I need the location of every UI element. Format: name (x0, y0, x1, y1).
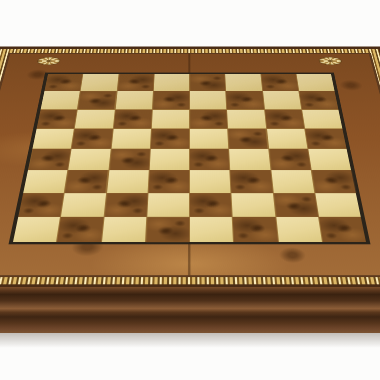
square-r8c8[interactable] (319, 217, 366, 242)
chess-board-photo (0, 0, 380, 380)
square-r4c8[interactable] (305, 129, 347, 149)
square-r4c3[interactable] (111, 129, 151, 149)
square-r3c8[interactable] (302, 110, 342, 129)
square-r7c4[interactable] (147, 193, 189, 216)
square-r6c2[interactable] (65, 170, 108, 192)
square-r4c5[interactable] (190, 129, 228, 149)
rosette-ornament-right-icon (319, 57, 342, 64)
square-r1c5[interactable] (190, 74, 226, 91)
front-edge-molding (0, 287, 380, 333)
square-r5c3[interactable] (109, 149, 150, 170)
square-r1c6[interactable] (225, 74, 261, 91)
square-r4c2[interactable] (72, 129, 113, 149)
square-r8c1[interactable] (13, 217, 60, 242)
square-r6c3[interactable] (107, 170, 149, 192)
square-r5c2[interactable] (69, 149, 111, 170)
square-r6c7[interactable] (271, 170, 314, 192)
square-r8c3[interactable] (102, 217, 147, 242)
walnut-inlay-line (0, 53, 380, 277)
square-r1c4[interactable] (154, 74, 190, 91)
board-shadow (0, 333, 380, 348)
square-r6c8[interactable] (311, 170, 355, 192)
square-r3c6[interactable] (227, 110, 265, 129)
square-r2c7[interactable] (263, 91, 301, 109)
square-r3c3[interactable] (113, 110, 151, 129)
square-r5c1[interactable] (28, 149, 71, 170)
square-r8c2[interactable] (57, 217, 103, 242)
square-r7c5[interactable] (190, 193, 232, 216)
square-r6c6[interactable] (230, 170, 272, 192)
gold-trim-band (0, 49, 380, 284)
square-r7c2[interactable] (61, 193, 105, 216)
board-grid (13, 74, 366, 242)
square-r8c6[interactable] (233, 217, 278, 242)
square-r2c5[interactable] (190, 91, 226, 109)
square-r1c3[interactable] (117, 74, 153, 91)
square-r1c7[interactable] (261, 74, 298, 91)
square-r7c7[interactable] (273, 193, 317, 216)
square-r7c8[interactable] (315, 193, 361, 216)
square-r5c8[interactable] (308, 149, 351, 170)
square-r2c2[interactable] (78, 91, 116, 109)
square-r4c6[interactable] (228, 129, 268, 149)
square-r8c5[interactable] (190, 217, 233, 242)
square-r2c3[interactable] (115, 91, 152, 109)
square-r3c7[interactable] (265, 110, 304, 129)
square-r1c1[interactable] (44, 74, 82, 91)
square-r3c2[interactable] (75, 110, 114, 129)
square-r5c4[interactable] (149, 149, 189, 170)
chess-board (0, 47, 380, 289)
square-r3c1[interactable] (37, 110, 77, 129)
square-r2c4[interactable] (153, 91, 189, 109)
square-r6c4[interactable] (148, 170, 189, 192)
square-r4c1[interactable] (32, 129, 74, 149)
square-r2c8[interactable] (299, 91, 338, 109)
board-inner-border (8, 73, 370, 245)
square-r5c6[interactable] (229, 149, 270, 170)
square-r2c1[interactable] (41, 91, 80, 109)
square-r5c5[interactable] (190, 149, 230, 170)
square-r6c5[interactable] (190, 170, 231, 192)
square-r8c7[interactable] (276, 217, 322, 242)
square-r7c6[interactable] (232, 193, 275, 216)
square-r2c6[interactable] (226, 91, 263, 109)
square-r3c4[interactable] (152, 110, 189, 129)
square-r7c1[interactable] (18, 193, 64, 216)
square-r3c5[interactable] (190, 110, 227, 129)
square-r4c7[interactable] (267, 129, 308, 149)
square-r1c8[interactable] (296, 74, 334, 91)
square-r5c7[interactable] (269, 149, 311, 170)
square-r4c4[interactable] (151, 129, 189, 149)
square-r8c4[interactable] (146, 217, 189, 242)
square-r6c1[interactable] (23, 170, 67, 192)
square-r1c2[interactable] (81, 74, 118, 91)
burl-frame (0, 54, 380, 275)
board-outer-edge (0, 47, 380, 289)
square-r7c3[interactable] (104, 193, 147, 216)
